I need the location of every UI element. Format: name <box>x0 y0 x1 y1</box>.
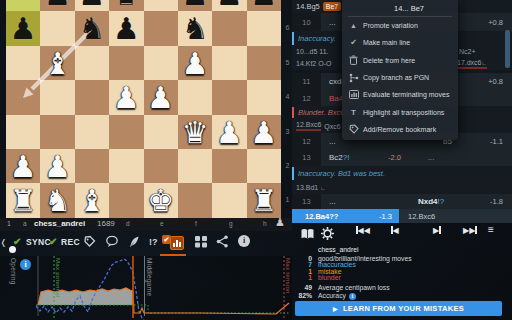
square-h2[interactable] <box>247 149 281 183</box>
white-bishop-b5[interactable]: ♝ <box>40 46 74 80</box>
phase-label-middlegame: Middlegame <box>146 258 153 296</box>
menu-item-make-main-line[interactable]: ✔Make main line <box>342 34 458 51</box>
move-text[interactable]: 10...d5 11. <box>296 48 329 55</box>
square-c7[interactable]: ♟ <box>75 0 109 11</box>
white-side-indicator <box>9 246 16 253</box>
white-move[interactable]: Bc2?! <box>321 153 349 162</box>
phase-label-opening: Opening <box>10 258 17 285</box>
menu-item-label: Copy branch as PGN <box>363 74 429 81</box>
square-e3[interactable] <box>144 115 178 149</box>
square-d6[interactable]: ♟ <box>109 11 143 45</box>
square-d7[interactable]: ♛ <box>109 0 143 11</box>
rank-label-1: 1 <box>283 196 292 203</box>
square-f3[interactable]: ♛ <box>178 115 212 149</box>
comment-bar <box>292 107 294 118</box>
variation-line[interactable]: 13.Bd1 ∟ <box>292 181 512 194</box>
evaluate-icon <box>348 90 359 99</box>
white-move[interactable]: ... <box>321 137 336 146</box>
move-number: 12 <box>292 90 321 106</box>
white-bishop-c1[interactable]: ♝ <box>75 183 109 217</box>
player-rating: 1689 <box>97 219 115 228</box>
sync-check-icon: ✔ <box>13 236 21 247</box>
square-a1[interactable]: ♜ <box>6 183 40 217</box>
black-pawn-f7[interactable]: ♟ <box>178 0 212 11</box>
file-label-h: h <box>263 220 267 227</box>
fork-icon <box>348 73 359 83</box>
info-icon[interactable]: i <box>238 235 250 247</box>
menu-item-label: Highlight all transpositions <box>363 109 444 116</box>
square-c1[interactable]: ♝ <box>75 183 109 217</box>
eval-value: +0.8 <box>488 77 503 86</box>
comment-bar <box>292 32 294 45</box>
selected-move[interactable]: Be7 <box>323 2 341 11</box>
square-h5[interactable] <box>247 46 281 80</box>
menu-hamburger-icon[interactable]: ≡ <box>488 224 494 235</box>
marker-label-max-tension: Max tension <box>285 258 291 294</box>
move-choice-bar: 12.Ba4?? -1.3 12.Bxc6 <box>292 209 512 223</box>
sync-toggle[interactable]: SYNC <box>26 237 51 247</box>
white-pawn-d4[interactable]: ♟ <box>109 80 143 114</box>
white-pawn-e4[interactable]: ♟ <box>144 80 178 114</box>
previous-move-button[interactable]: ◀ <box>391 226 399 235</box>
move-number: 11 <box>292 73 321 90</box>
square-d3[interactable] <box>109 115 143 149</box>
stat-value: 1 <box>292 274 312 281</box>
file-label-e: e <box>160 220 164 227</box>
black-pawn-b7[interactable]: ♟ <box>40 0 74 11</box>
rank-label-2: 2 <box>283 162 292 169</box>
stat-label: Average centipawn loss <box>318 284 390 291</box>
eval-value: -1.1 <box>490 137 503 146</box>
interrupt-mark: ∟ <box>320 185 325 191</box>
tags-icon[interactable] <box>83 235 96 248</box>
move-number: 13 <box>292 194 321 209</box>
inline-eval: -2.0 <box>388 153 401 162</box>
black-pawn-c7[interactable]: ♟ <box>75 0 109 11</box>
rec-toggle[interactable]: REC <box>61 237 80 247</box>
study-toolbar: ❬ ✔ SYNC ✔ REC !? ✔ i <box>0 231 292 255</box>
comment-row: Inaccuracy. Bd1 was best. <box>292 166 512 181</box>
white-king-e1[interactable]: ♚ <box>144 183 178 217</box>
transposition-icon: T <box>348 108 359 117</box>
square-e5[interactable] <box>144 46 178 80</box>
square-h4[interactable] <box>247 80 281 114</box>
comment-bar <box>292 167 294 180</box>
lichess-study-analysis: ♜♝♚♝♜♟♟♛♟♟♟♟♞♟♞♝♟♟♟♛♟♟♟♟♜♞♝♚♜ 87654321 1… <box>0 0 512 320</box>
stat-label: blunder <box>318 274 341 281</box>
move-context-menu: 14... Be7 ▲Promote variation✔Make main l… <box>342 0 458 140</box>
square-g3[interactable]: ♟ <box>212 115 246 149</box>
movelist-scrollbar[interactable] <box>505 30 510 68</box>
learn-from-mistakes-button[interactable]: ▶ LEARN FROM YOUR MISTAKES <box>295 301 502 316</box>
mainline-icon: ✔ <box>348 38 359 47</box>
black-pawn-h7[interactable]: ♟ <box>247 0 281 11</box>
rank-label-4: 4 <box>283 93 292 100</box>
chart-info-icon[interactable]: i <box>20 259 31 270</box>
square-b5[interactable]: ♝ <box>40 46 74 80</box>
black-knight-f6[interactable]: ♞ <box>178 11 212 45</box>
square-b7[interactable]: ♟ <box>40 0 74 11</box>
square-c3[interactable] <box>75 115 109 149</box>
square-g2[interactable] <box>212 149 246 183</box>
move-number: 13 <box>292 149 321 166</box>
stat-value: 82% <box>292 292 312 299</box>
white-move[interactable]: ... <box>321 197 336 206</box>
next-move-button[interactable]: ▶ <box>433 226 441 235</box>
square-e7[interactable] <box>144 0 178 11</box>
black-move[interactable]: Nxd4!? <box>418 197 444 206</box>
menu-item-label: Evaluate terminating moves <box>363 91 449 98</box>
promote-icon: ▲ <box>348 22 359 29</box>
black-pawn-a6[interactable]: ♟ <box>6 11 40 45</box>
white-pawn-b2[interactable]: ♟ <box>40 149 74 183</box>
square-f4[interactable] <box>178 80 212 114</box>
square-g6[interactable] <box>212 11 246 45</box>
square-c4[interactable] <box>75 80 109 114</box>
square-f5[interactable]: ♟ <box>178 46 212 80</box>
stat-value: 49 <box>292 284 312 291</box>
move-number: 12 <box>292 133 321 149</box>
analysis-nav-toolbar: ◀◀ ◀ ▶ ▶▶ ≡ <box>292 225 512 239</box>
square-f1[interactable] <box>178 183 212 217</box>
white-pawn-f5[interactable]: ♟ <box>178 46 212 80</box>
menu-item-label: Add/Remove bookmark <box>363 126 436 133</box>
white-rook-a1[interactable]: ♜ <box>6 183 40 217</box>
board-rank-coordinates: 87654321 <box>283 0 292 218</box>
square-a4[interactable] <box>6 80 40 114</box>
eval-value: -1.8 <box>490 197 503 206</box>
computer-eval-chart-icon[interactable] <box>170 236 184 250</box>
chess-board[interactable]: ♜♝♚♝♜♟♟♛♟♟♟♟♞♟♞♝♟♟♟♛♟♟♟♟♜♞♝♚♜ <box>6 0 282 218</box>
square-d4[interactable]: ♟ <box>109 80 143 114</box>
square-f2[interactable] <box>178 149 212 183</box>
menu-item-label: Make main line <box>363 39 410 46</box>
best-move-button[interactable]: 12.Bxc6 <box>399 209 512 223</box>
square-g7[interactable]: ♟ <box>212 0 246 11</box>
square-h3[interactable]: ♟ <box>247 115 281 149</box>
white-rook-h1[interactable]: ♜ <box>247 183 281 217</box>
black-pawn-d6[interactable]: ♟ <box>109 11 143 45</box>
menu-item-highlight-all-transpositions[interactable]: THighlight all transpositions <box>342 103 458 120</box>
square-f6[interactable]: ♞ <box>178 11 212 45</box>
rank-label-5: 5 <box>283 59 292 66</box>
stat-label: Accuracyi <box>318 292 356 300</box>
transposition-move[interactable]: 12.Bxc6 <box>296 121 321 131</box>
square-e2[interactable] <box>144 149 178 183</box>
bookmark-icon <box>348 124 359 134</box>
transposition-move[interactable]: 17.dxc6∟ <box>457 59 487 69</box>
black-pawn-g7[interactable]: ♟ <box>212 0 246 11</box>
comment-text: Inaccuracy. Bd1 was best. <box>298 169 385 178</box>
menu-item-promote-variation[interactable]: ▲Promote variation <box>342 17 458 34</box>
square-b1[interactable]: ♞ <box>40 183 74 217</box>
white-knight-b1[interactable]: ♞ <box>40 183 74 217</box>
accuracy-info-icon[interactable]: i <box>349 293 356 300</box>
square-a7[interactable] <box>6 0 40 11</box>
square-h1[interactable]: ♜ <box>247 183 281 217</box>
square-b4[interactable] <box>40 80 74 114</box>
square-e6[interactable] <box>144 11 178 45</box>
square-d2[interactable] <box>109 149 143 183</box>
glyph-annotation-icon[interactable]: !? <box>149 237 158 247</box>
move-text[interactable]: 14.Kf2 O-O <box>296 60 331 67</box>
first-move-button[interactable]: ◀◀ <box>356 226 370 235</box>
black-knight-c6[interactable]: ♞ <box>75 11 109 45</box>
square-c6[interactable]: ♞ <box>75 11 109 45</box>
file-label-d: d <box>126 220 130 227</box>
square-b6[interactable] <box>40 11 74 45</box>
stat-label: chess_andrei <box>318 246 358 253</box>
square-g4[interactable] <box>212 80 246 114</box>
quill-pen-icon[interactable] <box>127 235 141 249</box>
square-b2[interactable]: ♟ <box>40 149 74 183</box>
file-label-a: a <box>23 220 27 227</box>
square-g1[interactable] <box>212 183 246 217</box>
move-row[interactable]: 13 Bc2?! -2.0 ... <box>292 149 512 166</box>
comment-text: Inaccuracy. <box>298 34 336 43</box>
menu-item-evaluate-terminating-moves[interactable]: Evaluate terminating moves <box>342 86 458 103</box>
move-text[interactable]: 13.Bd1 <box>296 184 318 191</box>
trash-icon <box>348 55 359 65</box>
square-h6[interactable] <box>247 11 281 45</box>
file-label-f: f <box>195 220 197 227</box>
rank-label-6: 6 <box>283 24 292 31</box>
white-pawn-h3[interactable]: ♟ <box>247 115 281 149</box>
comment-icon[interactable] <box>105 235 119 248</box>
menu-item-delete-from-here[interactable]: Delete from here <box>342 52 458 69</box>
file-label-g: g <box>229 220 233 227</box>
square-b3[interactable] <box>40 115 74 149</box>
square-c2[interactable] <box>75 149 109 183</box>
white-pawn-g3[interactable]: ♟ <box>212 115 246 149</box>
left-chevron-icon[interactable]: ❬ <box>0 238 7 247</box>
square-e1[interactable]: ♚ <box>144 183 178 217</box>
move-row[interactable]: 13 ... Nxd4!? -1.8 <box>292 194 512 209</box>
player-name[interactable]: chess_andrei <box>34 219 85 228</box>
move-text[interactable]: 14.Bg5 <box>296 2 320 11</box>
menu-item-add-remove-bookmark[interactable]: Add/Remove bookmark <box>342 121 458 138</box>
multiboard-icon[interactable] <box>194 235 208 248</box>
play-icon: ▶ <box>333 305 338 312</box>
square-e4[interactable]: ♟ <box>144 80 178 114</box>
white-queen-f3[interactable]: ♛ <box>178 115 212 149</box>
opening-book-icon[interactable] <box>300 226 315 244</box>
rank-1-label: 1 <box>7 220 11 227</box>
square-a3[interactable] <box>6 115 40 149</box>
menu-item-label: Promote variation <box>363 22 418 29</box>
gear-icon[interactable] <box>321 226 334 244</box>
square-c5[interactable] <box>75 46 109 80</box>
square-a5[interactable] <box>6 46 40 80</box>
white-move[interactable]: ... <box>321 18 336 27</box>
rec-check-icon: ✔ <box>49 236 57 247</box>
square-d5[interactable] <box>109 46 143 80</box>
played-move-button[interactable]: 12.Ba4?? -1.3 <box>292 209 399 223</box>
context-menu-title: 14... Be7 <box>351 4 467 13</box>
move-text[interactable]: Qxc6 <box>324 123 340 130</box>
marker-label-max-potential: Max potential <box>55 258 61 298</box>
square-a6[interactable]: ♟ <box>6 11 40 45</box>
rank-label-3: 3 <box>283 128 292 135</box>
eval-value: +0.8 <box>488 18 503 27</box>
square-d1[interactable] <box>109 183 143 217</box>
menu-item-label: Delete from here <box>363 57 415 64</box>
square-g5[interactable] <box>212 46 246 80</box>
black-queen-d7[interactable]: ♛ <box>109 0 143 11</box>
square-a2[interactable]: ♟ <box>6 149 40 183</box>
square-h7[interactable]: ♟ <box>247 0 281 11</box>
share-icon[interactable] <box>216 235 229 248</box>
board-player-bar: 1 chess_andrei 1689 ♟ adefgh <box>0 218 292 231</box>
last-move-button[interactable]: ▶▶ <box>463 226 477 235</box>
continuation-dots: ... <box>428 153 434 162</box>
white-pawn-a2[interactable]: ♟ <box>6 149 40 183</box>
analysis-chart[interactable]: Opening Max potential Middlegame Max ten… <box>0 256 292 320</box>
move-text[interactable]: Nc2+ <box>459 48 476 55</box>
menu-item-copy-branch-as-pgn[interactable]: Copy branch as PGN <box>342 69 458 86</box>
move-number: 10 <box>292 13 321 31</box>
square-f7[interactable]: ♟ <box>178 0 212 11</box>
